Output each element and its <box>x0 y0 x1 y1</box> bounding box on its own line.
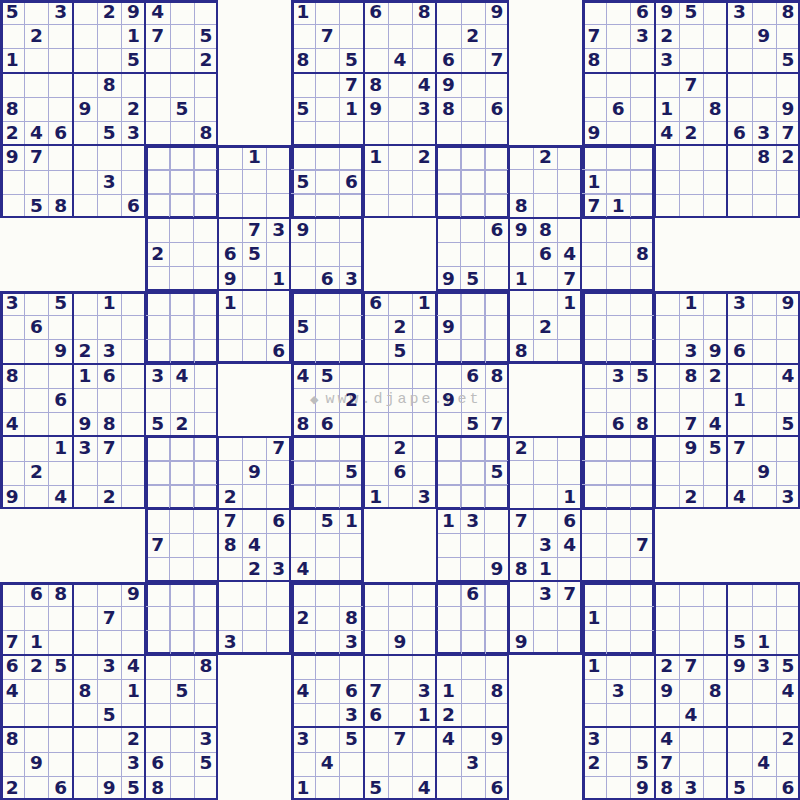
cell-r4c5[interactable]: 8 <box>97 73 121 97</box>
cell-r16c27[interactable]: 5 <box>630 364 654 388</box>
cell-r19c17[interactable]: 2 <box>388 436 412 460</box>
cell-r13c14[interactable] <box>315 291 339 315</box>
cell-r15c26[interactable] <box>606 339 630 363</box>
cell-r16c15[interactable] <box>339 364 363 388</box>
cell-r19c25[interactable] <box>582 436 606 460</box>
cell-r32c14[interactable]: 4 <box>315 752 339 776</box>
cell-r4c32[interactable] <box>752 73 776 97</box>
cell-r7c15[interactable] <box>339 145 363 169</box>
cell-r22c26[interactable] <box>606 509 630 533</box>
cell-r22c7[interactable] <box>145 509 169 533</box>
cell-r23c8[interactable] <box>170 533 194 557</box>
cell-r25c28[interactable] <box>655 582 679 606</box>
cell-r14c26[interactable] <box>606 315 630 339</box>
cell-r14c27[interactable] <box>630 315 654 339</box>
cell-r24c19[interactable] <box>436 558 460 582</box>
cell-r26c15[interactable]: 8 <box>339 606 363 630</box>
cell-r14c1[interactable] <box>0 315 24 339</box>
cell-r7c12[interactable] <box>267 145 291 169</box>
cell-r20c32[interactable]: 9 <box>752 461 776 485</box>
cell-r33c31[interactable]: 5 <box>727 776 751 800</box>
cell-r15c23[interactable] <box>533 339 557 363</box>
cell-r18c19[interactable] <box>436 412 460 436</box>
cell-r5c6[interactable]: 2 <box>121 97 145 121</box>
cell-r13c12[interactable] <box>267 291 291 315</box>
cell-r21c12[interactable] <box>267 485 291 509</box>
cell-r15c18[interactable] <box>412 339 436 363</box>
cell-r15c21[interactable] <box>485 339 509 363</box>
cell-r2c28[interactable]: 2 <box>655 24 679 48</box>
cell-r27c21[interactable] <box>485 630 509 654</box>
cell-r21c5[interactable]: 2 <box>97 485 121 509</box>
cell-r30c16[interactable]: 6 <box>364 703 388 727</box>
cell-r32c30[interactable] <box>703 752 727 776</box>
cell-r24c11[interactable]: 2 <box>242 558 266 582</box>
cell-r20c28[interactable] <box>655 461 679 485</box>
cell-r32c8[interactable] <box>170 752 194 776</box>
cell-r10c14[interactable] <box>315 218 339 242</box>
cell-r14c18[interactable] <box>412 315 436 339</box>
cell-r6c13[interactable] <box>291 121 315 145</box>
cell-r15c19[interactable] <box>436 339 460 363</box>
cell-r1c1[interactable]: 5 <box>0 0 24 24</box>
cell-r4c15[interactable]: 7 <box>339 73 363 97</box>
cell-r17c7[interactable] <box>145 388 169 412</box>
cell-r17c19[interactable]: 9 <box>436 388 460 412</box>
cell-r8c25[interactable]: 1 <box>582 170 606 194</box>
cell-r10c23[interactable]: 8 <box>533 218 557 242</box>
cell-r9c3[interactable]: 8 <box>48 194 72 218</box>
cell-r9c17[interactable] <box>388 194 412 218</box>
cell-r12c27[interactable] <box>630 267 654 291</box>
cell-r30c27[interactable] <box>630 703 654 727</box>
cell-r13c5[interactable]: 1 <box>97 291 121 315</box>
cell-r16c31[interactable] <box>727 364 751 388</box>
cell-r3c19[interactable]: 6 <box>436 48 460 72</box>
cell-r31c29[interactable] <box>679 727 703 751</box>
cell-r30c33[interactable] <box>776 703 800 727</box>
cell-r13c10[interactable]: 1 <box>218 291 242 315</box>
cell-r32c13[interactable] <box>291 752 315 776</box>
cell-r26c28[interactable] <box>655 606 679 630</box>
cell-r29c33[interactable]: 4 <box>776 679 800 703</box>
cell-r2c33[interactable] <box>776 24 800 48</box>
cell-r25c11[interactable] <box>242 582 266 606</box>
cell-r10c13[interactable]: 9 <box>291 218 315 242</box>
cell-r33c20[interactable] <box>461 776 485 800</box>
cell-r21c19[interactable] <box>436 485 460 509</box>
cell-r22c11[interactable] <box>242 509 266 533</box>
cell-r3c7[interactable] <box>145 48 169 72</box>
cell-r29c31[interactable] <box>727 679 751 703</box>
cell-r1c2[interactable] <box>24 0 48 24</box>
cell-r3c27[interactable] <box>630 48 654 72</box>
cell-r21c7[interactable] <box>145 485 169 509</box>
cell-r2c7[interactable]: 7 <box>145 24 169 48</box>
cell-r13c21[interactable] <box>485 291 509 315</box>
cell-r24c7[interactable] <box>145 558 169 582</box>
cell-r15c32[interactable] <box>752 339 776 363</box>
cell-r3c9[interactable]: 2 <box>194 48 218 72</box>
cell-r15c3[interactable]: 9 <box>48 339 72 363</box>
cell-r13c32[interactable] <box>752 291 776 315</box>
cell-r5c21[interactable]: 6 <box>485 97 509 121</box>
cell-r9c19[interactable] <box>436 194 460 218</box>
cell-r29c14[interactable] <box>315 679 339 703</box>
cell-r17c33[interactable] <box>776 388 800 412</box>
cell-r1c7[interactable]: 4 <box>145 0 169 24</box>
cell-r30c32[interactable] <box>752 703 776 727</box>
cell-r27c31[interactable]: 5 <box>727 630 751 654</box>
cell-r15c8[interactable] <box>170 339 194 363</box>
cell-r3c14[interactable] <box>315 48 339 72</box>
cell-r3c32[interactable] <box>752 48 776 72</box>
cell-r6c28[interactable]: 4 <box>655 121 679 145</box>
cell-r8c10[interactable] <box>218 170 242 194</box>
cell-r19c16[interactable] <box>364 436 388 460</box>
cell-r7c13[interactable] <box>291 145 315 169</box>
cell-r33c28[interactable]: 8 <box>655 776 679 800</box>
cell-r12c19[interactable]: 9 <box>436 267 460 291</box>
cell-r12c24[interactable]: 7 <box>558 267 582 291</box>
cell-r25c31[interactable] <box>727 582 751 606</box>
cell-r20c14[interactable] <box>315 461 339 485</box>
cell-r18c7[interactable]: 5 <box>145 412 169 436</box>
cell-r8c9[interactable] <box>194 170 218 194</box>
cell-r18c8[interactable]: 2 <box>170 412 194 436</box>
cell-r16c30[interactable]: 2 <box>703 364 727 388</box>
cell-r15c16[interactable] <box>364 339 388 363</box>
cell-r16c6[interactable] <box>121 364 145 388</box>
cell-r4c3[interactable] <box>48 73 72 97</box>
cell-r8c31[interactable] <box>727 170 751 194</box>
cell-r20c18[interactable] <box>412 461 436 485</box>
cell-r23c22[interactable] <box>509 533 533 557</box>
cell-r4c16[interactable]: 8 <box>364 73 388 97</box>
cell-r20c27[interactable] <box>630 461 654 485</box>
cell-r2c1[interactable] <box>0 24 24 48</box>
cell-r2c14[interactable]: 7 <box>315 24 339 48</box>
cell-r33c1[interactable]: 2 <box>0 776 24 800</box>
cell-r14c22[interactable] <box>509 315 533 339</box>
cell-r9c4[interactable] <box>73 194 97 218</box>
cell-r20c15[interactable]: 5 <box>339 461 363 485</box>
cell-r6c9[interactable]: 8 <box>194 121 218 145</box>
cell-r17c17[interactable] <box>388 388 412 412</box>
cell-r15c25[interactable] <box>582 339 606 363</box>
cell-r5c2[interactable] <box>24 97 48 121</box>
cell-r5c30[interactable]: 8 <box>703 97 727 121</box>
cell-r19c2[interactable] <box>24 436 48 460</box>
cell-r19c31[interactable]: 7 <box>727 436 751 460</box>
cell-r8c33[interactable] <box>776 170 800 194</box>
cell-r26c8[interactable] <box>170 606 194 630</box>
cell-r29c29[interactable] <box>679 679 703 703</box>
cell-r19c8[interactable] <box>170 436 194 460</box>
cell-r29c13[interactable]: 4 <box>291 679 315 703</box>
cell-r28c7[interactable] <box>145 655 169 679</box>
cell-r27c8[interactable] <box>170 630 194 654</box>
cell-r28c2[interactable]: 2 <box>24 655 48 679</box>
cell-r7c19[interactable] <box>436 145 460 169</box>
cell-r29c7[interactable] <box>145 679 169 703</box>
cell-r29c28[interactable]: 9 <box>655 679 679 703</box>
cell-r21c16[interactable]: 1 <box>364 485 388 509</box>
cell-r18c14[interactable]: 6 <box>315 412 339 436</box>
cell-r16c3[interactable] <box>48 364 72 388</box>
cell-r3c29[interactable] <box>679 48 703 72</box>
cell-r15c29[interactable]: 3 <box>679 339 703 363</box>
cell-r9c26[interactable]: 1 <box>606 194 630 218</box>
cell-r30c17[interactable] <box>388 703 412 727</box>
cell-r31c32[interactable] <box>752 727 776 751</box>
cell-r27c27[interactable] <box>630 630 654 654</box>
cell-r14c7[interactable] <box>145 315 169 339</box>
cell-r19c10[interactable] <box>218 436 242 460</box>
cell-r17c20[interactable] <box>461 388 485 412</box>
cell-r25c20[interactable]: 6 <box>461 582 485 606</box>
cell-r11c12[interactable] <box>267 242 291 266</box>
cell-r27c20[interactable] <box>461 630 485 654</box>
cell-r26c14[interactable] <box>315 606 339 630</box>
cell-r28c25[interactable]: 1 <box>582 655 606 679</box>
cell-r2c30[interactable] <box>703 24 727 48</box>
cell-r26c17[interactable] <box>388 606 412 630</box>
cell-r17c3[interactable]: 6 <box>48 388 72 412</box>
cell-r14c21[interactable] <box>485 315 509 339</box>
cell-r19c30[interactable]: 5 <box>703 436 727 460</box>
cell-r5c14[interactable] <box>315 97 339 121</box>
cell-r29c20[interactable] <box>461 679 485 703</box>
cell-r25c22[interactable] <box>509 582 533 606</box>
cell-r20c19[interactable] <box>436 461 460 485</box>
cell-r25c2[interactable]: 6 <box>24 582 48 606</box>
cell-r8c11[interactable] <box>242 170 266 194</box>
cell-r28c6[interactable]: 4 <box>121 655 145 679</box>
cell-r30c20[interactable] <box>461 703 485 727</box>
cell-r27c5[interactable] <box>97 630 121 654</box>
cell-r9c33[interactable] <box>776 194 800 218</box>
cell-r5c1[interactable]: 8 <box>0 97 24 121</box>
cell-r14c5[interactable] <box>97 315 121 339</box>
cell-r20c16[interactable] <box>364 461 388 485</box>
cell-r6c32[interactable]: 3 <box>752 121 776 145</box>
cell-r33c27[interactable]: 9 <box>630 776 654 800</box>
cell-r14c4[interactable] <box>73 315 97 339</box>
cell-r30c19[interactable]: 2 <box>436 703 460 727</box>
cell-r1c14[interactable] <box>315 0 339 24</box>
cell-r3c8[interactable] <box>170 48 194 72</box>
cell-r26c30[interactable] <box>703 606 727 630</box>
cell-r17c31[interactable]: 1 <box>727 388 751 412</box>
cell-r7c17[interactable] <box>388 145 412 169</box>
cell-r33c5[interactable]: 9 <box>97 776 121 800</box>
cell-r7c30[interactable] <box>703 145 727 169</box>
cell-r23c20[interactable] <box>461 533 485 557</box>
cell-r13c7[interactable] <box>145 291 169 315</box>
cell-r11c8[interactable] <box>170 242 194 266</box>
cell-r7c20[interactable] <box>461 145 485 169</box>
cell-r6c27[interactable] <box>630 121 654 145</box>
cell-r2c18[interactable] <box>412 24 436 48</box>
cell-r27c12[interactable] <box>267 630 291 654</box>
cell-r15c5[interactable]: 3 <box>97 339 121 363</box>
cell-r5c29[interactable] <box>679 97 703 121</box>
cell-r11c10[interactable]: 6 <box>218 242 242 266</box>
cell-r5c20[interactable] <box>461 97 485 121</box>
cell-r23c27[interactable]: 7 <box>630 533 654 557</box>
cell-r14c23[interactable]: 2 <box>533 315 557 339</box>
cell-r29c18[interactable]: 3 <box>412 679 436 703</box>
cell-r29c8[interactable]: 5 <box>170 679 194 703</box>
cell-r8c28[interactable] <box>655 170 679 194</box>
cell-r14c28[interactable] <box>655 315 679 339</box>
cell-r12c22[interactable]: 1 <box>509 267 533 291</box>
cell-r19c11[interactable] <box>242 436 266 460</box>
cell-r33c8[interactable] <box>170 776 194 800</box>
cell-r1c27[interactable]: 6 <box>630 0 654 24</box>
cell-r28c33[interactable]: 5 <box>776 655 800 679</box>
cell-r26c5[interactable]: 7 <box>97 606 121 630</box>
cell-r3c15[interactable]: 5 <box>339 48 363 72</box>
cell-r31c14[interactable] <box>315 727 339 751</box>
cell-r18c6[interactable] <box>121 412 145 436</box>
cell-r9c28[interactable] <box>655 194 679 218</box>
cell-r9c21[interactable] <box>485 194 509 218</box>
cell-r14c12[interactable] <box>267 315 291 339</box>
cell-r32c5[interactable] <box>97 752 121 776</box>
cell-r20c13[interactable] <box>291 461 315 485</box>
cell-r24c15[interactable] <box>339 558 363 582</box>
cell-r25c32[interactable] <box>752 582 776 606</box>
cell-r7c16[interactable]: 1 <box>364 145 388 169</box>
cell-r6c25[interactable]: 9 <box>582 121 606 145</box>
cell-r21c18[interactable]: 3 <box>412 485 436 509</box>
cell-r20c11[interactable]: 9 <box>242 461 266 485</box>
cell-r25c26[interactable] <box>606 582 630 606</box>
cell-r16c29[interactable]: 8 <box>679 364 703 388</box>
cell-r12c13[interactable] <box>291 267 315 291</box>
cell-r26c7[interactable] <box>145 606 169 630</box>
cell-r26c32[interactable] <box>752 606 776 630</box>
cell-r25c8[interactable] <box>170 582 194 606</box>
cell-r8c17[interactable] <box>388 170 412 194</box>
cell-r32c32[interactable]: 4 <box>752 752 776 776</box>
cell-r31c18[interactable] <box>412 727 436 751</box>
cell-r1c17[interactable] <box>388 0 412 24</box>
cell-r33c16[interactable]: 5 <box>364 776 388 800</box>
cell-r25c9[interactable] <box>194 582 218 606</box>
cell-r32c21[interactable] <box>485 752 509 776</box>
cell-r31c13[interactable]: 3 <box>291 727 315 751</box>
cell-r7c31[interactable] <box>727 145 751 169</box>
cell-r33c21[interactable]: 6 <box>485 776 509 800</box>
cell-r31c21[interactable]: 9 <box>485 727 509 751</box>
cell-r13c18[interactable]: 1 <box>412 291 436 315</box>
cell-r6c6[interactable]: 3 <box>121 121 145 145</box>
cell-r21c23[interactable] <box>533 485 557 509</box>
cell-r6c1[interactable]: 2 <box>0 121 24 145</box>
cell-r33c14[interactable] <box>315 776 339 800</box>
cell-r23c14[interactable] <box>315 533 339 557</box>
cell-r33c2[interactable] <box>24 776 48 800</box>
cell-r32c16[interactable] <box>364 752 388 776</box>
cell-r20c29[interactable] <box>679 461 703 485</box>
cell-r7c6[interactable] <box>121 145 145 169</box>
cell-r5c15[interactable]: 1 <box>339 97 363 121</box>
cell-r26c12[interactable] <box>267 606 291 630</box>
cell-r33c6[interactable]: 5 <box>121 776 145 800</box>
cell-r9c14[interactable] <box>315 194 339 218</box>
cell-r18c18[interactable] <box>412 412 436 436</box>
cell-r29c15[interactable]: 6 <box>339 679 363 703</box>
cell-r2c31[interactable] <box>727 24 751 48</box>
cell-r15c17[interactable]: 5 <box>388 339 412 363</box>
cell-r33c13[interactable]: 1 <box>291 776 315 800</box>
cell-r7c29[interactable] <box>679 145 703 169</box>
cell-r10c20[interactable] <box>461 218 485 242</box>
cell-r7c24[interactable] <box>558 145 582 169</box>
cell-r4c8[interactable] <box>170 73 194 97</box>
cell-r27c32[interactable]: 1 <box>752 630 776 654</box>
cell-r9c7[interactable] <box>145 194 169 218</box>
cell-r4c2[interactable] <box>24 73 48 97</box>
cell-r16c16[interactable] <box>364 364 388 388</box>
cell-r5c5[interactable] <box>97 97 121 121</box>
cell-r17c32[interactable] <box>752 388 776 412</box>
cell-r26c4[interactable] <box>73 606 97 630</box>
cell-r1c9[interactable] <box>194 0 218 24</box>
cell-r15c9[interactable] <box>194 339 218 363</box>
cell-r2c20[interactable]: 2 <box>461 24 485 48</box>
cell-r19c33[interactable] <box>776 436 800 460</box>
cell-r25c18[interactable] <box>412 582 436 606</box>
cell-r21c15[interactable] <box>339 485 363 509</box>
cell-r28c31[interactable]: 9 <box>727 655 751 679</box>
cell-r27c13[interactable] <box>291 630 315 654</box>
cell-r25c16[interactable] <box>364 582 388 606</box>
cell-r27c30[interactable] <box>703 630 727 654</box>
cell-r26c26[interactable] <box>606 606 630 630</box>
cell-r18c20[interactable]: 5 <box>461 412 485 436</box>
cell-r26c29[interactable] <box>679 606 703 630</box>
cell-r33c9[interactable] <box>194 776 218 800</box>
cell-r22c25[interactable] <box>582 509 606 533</box>
cell-r33c33[interactable]: 6 <box>776 776 800 800</box>
cell-r31c2[interactable] <box>24 727 48 751</box>
cell-r27c16[interactable] <box>364 630 388 654</box>
cell-r16c19[interactable] <box>436 364 460 388</box>
cell-r18c4[interactable]: 9 <box>73 412 97 436</box>
cell-r20c12[interactable] <box>267 461 291 485</box>
cell-r18c27[interactable]: 8 <box>630 412 654 436</box>
cell-r27c23[interactable] <box>533 630 557 654</box>
cell-r21c32[interactable] <box>752 485 776 509</box>
cell-r17c15[interactable]: 2 <box>339 388 363 412</box>
cell-r11c15[interactable] <box>339 242 363 266</box>
cell-r15c14[interactable] <box>315 339 339 363</box>
cell-r2c15[interactable] <box>339 24 363 48</box>
cell-r23c13[interactable] <box>291 533 315 557</box>
cell-r8c8[interactable] <box>170 170 194 194</box>
cell-r6c19[interactable] <box>436 121 460 145</box>
cell-r30c21[interactable] <box>485 703 509 727</box>
cell-r6c7[interactable] <box>145 121 169 145</box>
cell-r6c18[interactable] <box>412 121 436 145</box>
cell-r17c4[interactable] <box>73 388 97 412</box>
cell-r19c6[interactable] <box>121 436 145 460</box>
cell-r27c7[interactable] <box>145 630 169 654</box>
